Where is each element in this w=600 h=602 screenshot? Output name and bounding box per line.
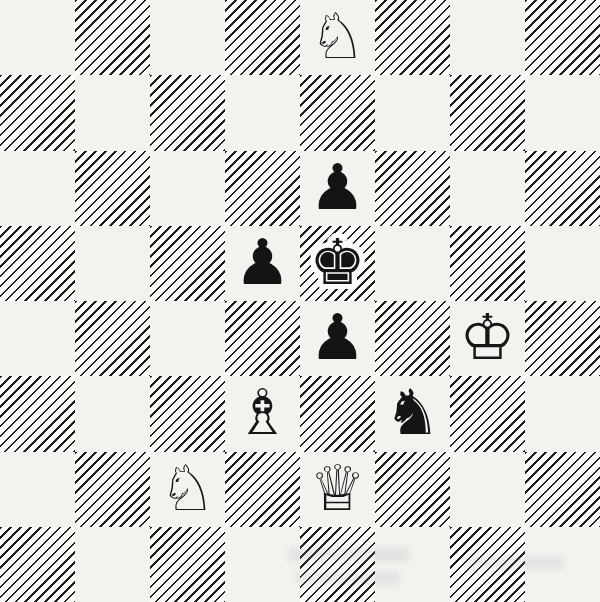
white-king: ♔ — [459, 306, 515, 369]
chess-board: ♘♟♟♚♟♔♗♞♘♕ — [0, 0, 600, 602]
square-d5: ♟ — [225, 226, 300, 301]
square-d8 — [225, 0, 300, 75]
square-f2 — [375, 452, 450, 527]
square-b3 — [75, 376, 150, 451]
black-pawn: ♟ — [309, 306, 365, 369]
square-g8 — [450, 0, 525, 75]
square-f3: ♞ — [375, 376, 450, 451]
black-pawn: ♟ — [234, 231, 290, 294]
square-e4: ♟ — [300, 301, 375, 376]
white-bishop: ♗ — [234, 381, 290, 444]
square-a5 — [0, 226, 75, 301]
square-f7 — [375, 75, 450, 150]
square-c3 — [150, 376, 225, 451]
black-pawn: ♟ — [309, 156, 365, 219]
square-b5 — [75, 226, 150, 301]
square-b6 — [75, 151, 150, 226]
square-f5 — [375, 226, 450, 301]
square-c1 — [150, 527, 225, 602]
square-e5: ♚ — [300, 226, 375, 301]
square-a6 — [0, 151, 75, 226]
square-g2 — [450, 452, 525, 527]
square-b4 — [75, 301, 150, 376]
square-c6 — [150, 151, 225, 226]
square-g1 — [450, 527, 525, 602]
square-e3 — [300, 376, 375, 451]
square-b1 — [75, 527, 150, 602]
black-king: ♚ — [309, 231, 365, 294]
square-g5 — [450, 226, 525, 301]
square-d3: ♗ — [225, 376, 300, 451]
square-a7 — [0, 75, 75, 150]
square-b2 — [75, 452, 150, 527]
square-h6 — [525, 151, 600, 226]
square-e1 — [300, 527, 375, 602]
square-g7 — [450, 75, 525, 150]
square-h4 — [525, 301, 600, 376]
square-f1 — [375, 527, 450, 602]
square-c8 — [150, 0, 225, 75]
square-d4 — [225, 301, 300, 376]
square-e6: ♟ — [300, 151, 375, 226]
square-a4 — [0, 301, 75, 376]
square-f6 — [375, 151, 450, 226]
white-knight: ♘ — [309, 5, 365, 68]
square-h7 — [525, 75, 600, 150]
square-a3 — [0, 376, 75, 451]
scanned-diagram-page: ♘♟♟♚♟♔♗♞♘♕ — [0, 0, 600, 602]
square-e2: ♕ — [300, 452, 375, 527]
square-d6 — [225, 151, 300, 226]
black-knight: ♞ — [384, 381, 440, 444]
white-knight: ♘ — [159, 457, 215, 520]
square-a2 — [0, 452, 75, 527]
square-c5 — [150, 226, 225, 301]
square-f8 — [375, 0, 450, 75]
square-b8 — [75, 0, 150, 75]
square-h1 — [525, 527, 600, 602]
square-c7 — [150, 75, 225, 150]
square-g6 — [450, 151, 525, 226]
square-e8: ♘ — [300, 0, 375, 75]
square-b7 — [75, 75, 150, 150]
square-a8 — [0, 0, 75, 75]
square-d1 — [225, 527, 300, 602]
square-h5 — [525, 226, 600, 301]
square-h2 — [525, 452, 600, 527]
square-a1 — [0, 527, 75, 602]
square-g3 — [450, 376, 525, 451]
square-g4: ♔ — [450, 301, 525, 376]
square-d7 — [225, 75, 300, 150]
square-f4 — [375, 301, 450, 376]
square-c4 — [150, 301, 225, 376]
square-h8 — [525, 0, 600, 75]
square-e7 — [300, 75, 375, 150]
square-c2: ♘ — [150, 452, 225, 527]
square-h3 — [525, 376, 600, 451]
white-queen: ♕ — [309, 457, 365, 520]
square-d2 — [225, 452, 300, 527]
